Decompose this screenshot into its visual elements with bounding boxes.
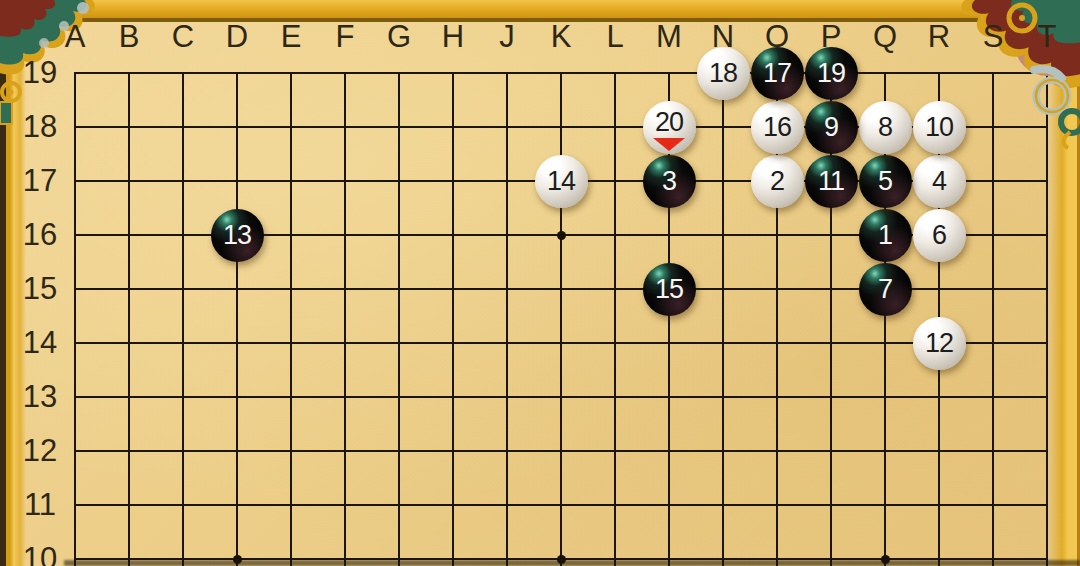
- row-label: 16: [14, 208, 66, 262]
- stone-number: 20: [655, 109, 683, 136]
- go-board-screen: ABCDEFGHJKLMNOPQRST 19181716151413121110…: [0, 0, 1080, 566]
- black-stone-Q17: 5: [859, 155, 912, 208]
- column-label: E: [264, 16, 318, 58]
- bottom-shadow: [64, 560, 1080, 566]
- row-label: 10: [14, 532, 66, 566]
- column-label: R: [912, 16, 966, 58]
- stone-number: 13: [223, 222, 251, 249]
- column-label: K: [534, 16, 588, 58]
- row-label: 18: [14, 100, 66, 154]
- column-label: S: [966, 16, 1020, 58]
- row-label: 15: [14, 262, 66, 316]
- stone-number: 3: [662, 168, 676, 195]
- stone-number: 6: [932, 222, 946, 249]
- last-move-marker: [653, 138, 685, 151]
- board-grid[interactable]: 1234567891011121314151617181920: [48, 46, 1074, 370]
- column-label: G: [372, 16, 426, 58]
- black-stone-Q16: 1: [859, 209, 912, 262]
- stone-number: 8: [878, 114, 892, 141]
- column-label: T: [1020, 16, 1074, 58]
- black-stone-M15: 15: [643, 263, 696, 316]
- column-label: D: [210, 16, 264, 58]
- row-label: 19: [14, 46, 66, 100]
- stone-number: 2: [770, 168, 784, 195]
- column-label: Q: [858, 16, 912, 58]
- black-stone-M17: 3: [643, 155, 696, 208]
- row-label: 17: [14, 154, 66, 208]
- stone-number: 11: [818, 168, 844, 195]
- stone-number: 17: [763, 60, 791, 87]
- white-stone-O18: 16: [751, 101, 804, 154]
- stone-number: 15: [655, 276, 683, 303]
- column-label: M: [642, 16, 696, 58]
- column-label: L: [588, 16, 642, 58]
- black-stone-D16: 13: [211, 209, 264, 262]
- white-stone-R18: 10: [913, 101, 966, 154]
- black-stone-P17: 11: [805, 155, 858, 208]
- stone-number: 14: [547, 168, 575, 195]
- row-label: 13: [14, 370, 66, 424]
- column-label: N: [696, 16, 750, 58]
- white-stone-O17: 2: [751, 155, 804, 208]
- stone-number: 19: [817, 60, 845, 87]
- stone-number: 12: [925, 330, 953, 357]
- stone-number: 1: [878, 222, 892, 249]
- white-stone-Q18: 8: [859, 101, 912, 154]
- white-stone-R17: 4: [913, 155, 966, 208]
- black-stone-Q15: 7: [859, 263, 912, 316]
- stone-number: 16: [763, 114, 791, 141]
- white-stone-R14: 12: [913, 317, 966, 370]
- black-stone-P18: 9: [805, 101, 858, 154]
- stone-number: 18: [709, 60, 737, 87]
- row-label: 12: [14, 424, 66, 478]
- column-label: B: [102, 16, 156, 58]
- column-label: O: [750, 16, 804, 58]
- stone-number: 7: [878, 276, 892, 303]
- stone-number: 5: [878, 168, 892, 195]
- white-stone-M18: 20: [643, 101, 696, 154]
- white-stone-R16: 6: [913, 209, 966, 262]
- column-label: F: [318, 16, 372, 58]
- row-label: 11: [14, 478, 66, 532]
- column-label: P: [804, 16, 858, 58]
- column-label: H: [426, 16, 480, 58]
- row-label: 14: [14, 316, 66, 370]
- column-label: J: [480, 16, 534, 58]
- stone-number: 4: [932, 168, 946, 195]
- white-stone-K17: 14: [535, 155, 588, 208]
- stone-number: 9: [824, 114, 838, 141]
- column-labels: ABCDEFGHJKLMNOPQRST: [48, 16, 1074, 58]
- column-label: C: [156, 16, 210, 58]
- stone-number: 10: [925, 114, 953, 141]
- row-labels: 19181716151413121110: [14, 46, 66, 566]
